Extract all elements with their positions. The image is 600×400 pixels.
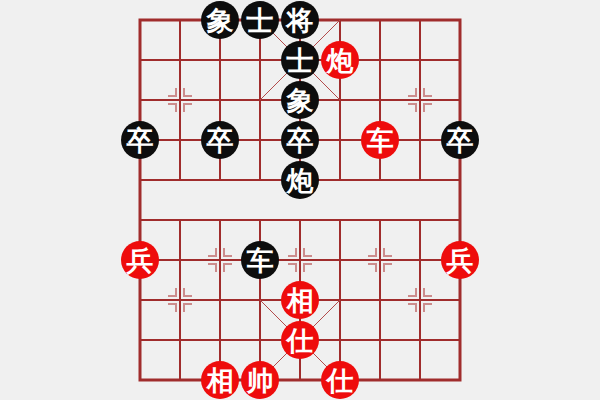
piece-red-advisor[interactable]: 仕 bbox=[321, 361, 359, 399]
xiangqi-screen: 象士将士炮象卒卒卒车卒炮兵车兵相仕相帅仕 bbox=[0, 0, 600, 400]
piece-black-advisor[interactable]: 士 bbox=[281, 41, 319, 79]
piece-black-advisor[interactable]: 士 bbox=[241, 1, 279, 39]
piece-black-elephant[interactable]: 象 bbox=[281, 81, 319, 119]
piece-black-soldier[interactable]: 卒 bbox=[201, 121, 239, 159]
piece-black-soldier[interactable]: 卒 bbox=[121, 121, 159, 159]
piece-black-soldier[interactable]: 卒 bbox=[441, 121, 479, 159]
piece-red-chariot[interactable]: 车 bbox=[361, 121, 399, 159]
piece-red-cannon[interactable]: 炮 bbox=[321, 41, 359, 79]
piece-red-advisor[interactable]: 仕 bbox=[281, 321, 319, 359]
piece-red-elephant[interactable]: 相 bbox=[201, 361, 239, 399]
piece-black-general[interactable]: 将 bbox=[281, 1, 319, 39]
piece-black-chariot[interactable]: 车 bbox=[241, 241, 279, 279]
piece-red-soldier[interactable]: 兵 bbox=[441, 241, 479, 279]
piece-black-soldier[interactable]: 卒 bbox=[281, 121, 319, 159]
piece-red-general[interactable]: 帅 bbox=[241, 361, 279, 399]
piece-red-soldier[interactable]: 兵 bbox=[121, 241, 159, 279]
piece-black-cannon[interactable]: 炮 bbox=[281, 161, 319, 199]
piece-red-elephant[interactable]: 相 bbox=[281, 281, 319, 319]
piece-black-elephant[interactable]: 象 bbox=[201, 1, 239, 39]
xiangqi-board[interactable]: 象士将士炮象卒卒卒车卒炮兵车兵相仕相帅仕 bbox=[120, 0, 480, 400]
